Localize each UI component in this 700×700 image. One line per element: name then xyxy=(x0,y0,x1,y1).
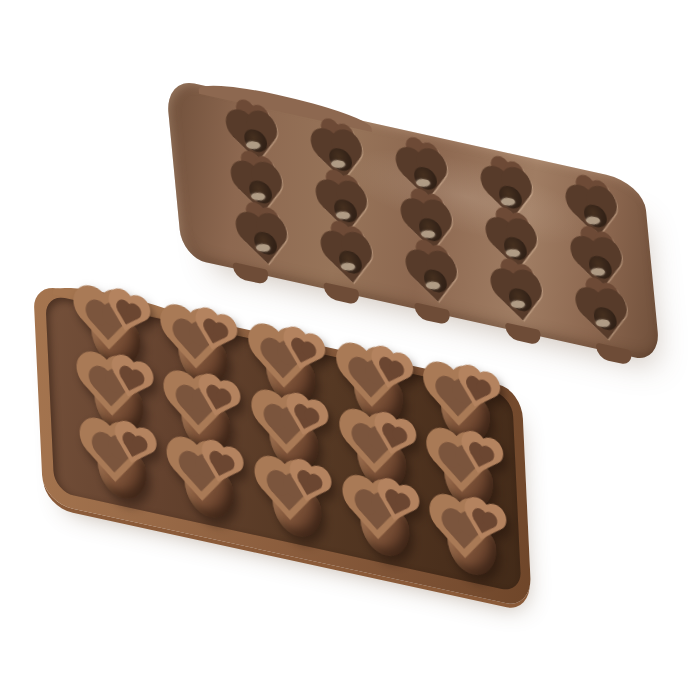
mold-foot xyxy=(505,322,542,345)
product-photo xyxy=(0,0,700,700)
cavity-double-heart xyxy=(489,264,548,324)
cup-highlight xyxy=(584,216,600,224)
cavity-double-heart xyxy=(404,245,463,305)
mold-foot xyxy=(414,302,451,325)
bump-double-heart xyxy=(266,466,328,545)
bump-double-heart xyxy=(91,428,153,507)
bump-double-heart xyxy=(441,504,503,583)
chocolate-mold-bump-side xyxy=(33,283,532,609)
cavity-double-heart xyxy=(234,207,293,267)
mold-foot xyxy=(232,262,269,285)
cavity-double-heart xyxy=(573,283,632,343)
mold-foot xyxy=(323,282,360,305)
chocolate-mold-cavity-side xyxy=(165,77,661,363)
mold-foot xyxy=(596,343,633,366)
bump-double-heart xyxy=(178,447,240,526)
bump-double-heart xyxy=(354,485,416,564)
cavity-double-heart xyxy=(319,226,378,286)
